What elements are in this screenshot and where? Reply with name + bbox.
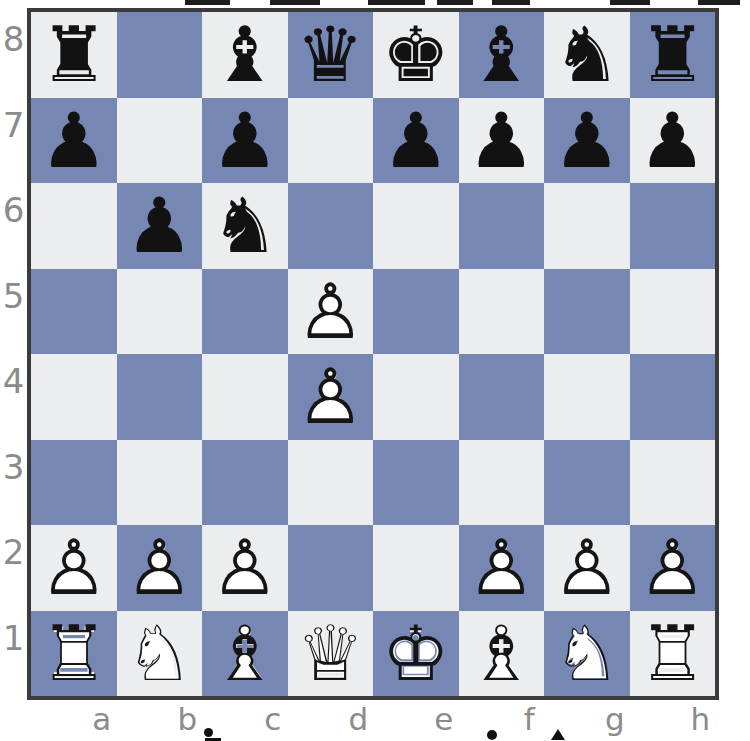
square-a8[interactable]: ♜ [31,12,117,98]
white-piece-outline: ♗ [202,611,288,697]
white-piece-outline: ♙ [459,525,545,611]
square-c2[interactable]: ♟♙ [202,525,288,611]
square-h5[interactable] [630,269,716,355]
white-piece-outline: ♖ [31,611,117,697]
piece-white-bishop[interactable]: ♝♗ [459,611,545,697]
square-f3[interactable] [459,440,545,526]
white-piece-outline: ♙ [117,525,203,611]
white-piece-outline: ♙ [31,525,117,611]
chess-board[interactable]: ♜♝♛♚♝♞♜♟♟♟♟♟♟♟♞♟♙♟♙♟♙♟♙♟♙♟♙♟♙♟♙♜♖♞♘♝♗♛♕♚… [27,8,719,700]
square-d5[interactable]: ♟♙ [288,269,374,355]
piece-white-pawn[interactable]: ♟♙ [288,354,374,440]
square-c7[interactable]: ♟ [202,98,288,184]
piece-black-knight[interactable]: ♞ [202,183,288,269]
piece-black-bishop[interactable]: ♝ [202,12,288,98]
piece-white-king[interactable]: ♚♔ [373,611,459,697]
square-a1[interactable]: ♜♖ [31,611,117,697]
cropped-piece-fragment [610,0,650,5]
white-piece-outline: ♘ [544,611,630,697]
square-a6[interactable] [31,183,117,269]
piece-white-knight[interactable]: ♞♘ [117,611,203,697]
square-h8[interactable]: ♜ [630,12,716,98]
rank-label-5: 5 [0,269,27,355]
piece-white-rook[interactable]: ♜♖ [630,611,716,697]
square-g4[interactable] [544,354,630,440]
square-f6[interactable] [459,183,545,269]
piece-black-pawn[interactable]: ♟ [117,183,203,269]
square-d1[interactable]: ♛♕ [288,611,374,697]
white-piece-outline: ♘ [117,611,203,697]
white-piece-outline: ♙ [630,525,716,611]
square-g3[interactable] [544,440,630,526]
white-piece-outline: ♙ [288,354,374,440]
piece-black-rook[interactable]: ♜ [630,12,716,98]
piece-white-pawn[interactable]: ♟♙ [459,525,545,611]
square-e7[interactable]: ♟ [373,98,459,184]
white-piece-outline: ♙ [544,525,630,611]
file-label-a: a [59,701,145,737]
piece-white-knight[interactable]: ♞♘ [544,611,630,697]
cropped-text-fragment [487,730,497,740]
piece-black-rook[interactable]: ♜ [31,12,117,98]
square-f2[interactable]: ♟♙ [459,525,545,611]
square-f7[interactable]: ♟ [459,98,545,184]
square-h6[interactable] [630,183,716,269]
square-e1[interactable]: ♚♔ [373,611,459,697]
square-f8[interactable]: ♝ [459,12,545,98]
square-d3[interactable] [288,440,374,526]
file-labels: a b c d e f g h [59,701,743,737]
square-h1[interactable]: ♜♖ [630,611,716,697]
square-g2[interactable]: ♟♙ [544,525,630,611]
page: { "game": "chess", "position": { "fen": … [0,0,750,741]
piece-white-pawn[interactable]: ♟♙ [544,525,630,611]
piece-white-pawn[interactable]: ♟♙ [117,525,203,611]
rank-label-2: 2 [0,525,27,611]
piece-black-pawn[interactable]: ♟ [544,98,630,184]
square-g8[interactable]: ♞ [544,12,630,98]
rank-label-4: 4 [0,354,27,440]
square-b4[interactable] [117,354,203,440]
rank-label-7: 7 [0,98,27,184]
square-e4[interactable] [373,354,459,440]
white-piece-outline: ♔ [373,611,459,697]
white-piece-outline: ♙ [288,269,374,355]
square-g6[interactable] [544,183,630,269]
square-c6[interactable]: ♞ [202,183,288,269]
white-piece-outline: ♗ [459,611,545,697]
white-piece-outline: ♖ [630,611,716,697]
piece-white-rook[interactable]: ♜♖ [31,611,117,697]
square-c4[interactable] [202,354,288,440]
square-b3[interactable] [117,440,203,526]
square-f4[interactable] [459,354,545,440]
square-g1[interactable]: ♞♘ [544,611,630,697]
cropped-text-fragment [204,728,213,737]
square-d8[interactable]: ♛ [288,12,374,98]
square-g5[interactable] [544,269,630,355]
rank-labels: 8 7 6 5 4 3 2 1 [0,12,27,696]
cropped-piece-fragment [698,0,740,5]
square-e8[interactable]: ♚ [373,12,459,98]
square-h4[interactable] [630,354,716,440]
square-h2[interactable]: ♟♙ [630,525,716,611]
square-f1[interactable]: ♝♗ [459,611,545,697]
file-label-d: d [316,701,402,737]
cropped-piece-fragment [185,0,230,5]
square-e5[interactable] [373,269,459,355]
square-h7[interactable]: ♟ [630,98,716,184]
piece-white-pawn[interactable]: ♟♙ [202,525,288,611]
file-label-c: c [230,701,316,737]
square-b8[interactable] [117,12,203,98]
piece-black-pawn[interactable]: ♟ [202,98,288,184]
cropped-piece-fragment [368,0,425,5]
file-label-g: g [572,701,658,737]
file-label-h: h [658,701,744,737]
rank-label-6: 6 [0,183,27,269]
square-c8[interactable]: ♝ [202,12,288,98]
piece-black-pawn[interactable]: ♟ [459,98,545,184]
square-b6[interactable]: ♟ [117,183,203,269]
cropped-piece-fragment [270,0,320,5]
piece-black-knight[interactable]: ♞ [544,12,630,98]
piece-white-queen[interactable]: ♛♕ [288,611,374,697]
square-f5[interactable] [459,269,545,355]
square-e6[interactable] [373,183,459,269]
square-b1[interactable]: ♞♘ [117,611,203,697]
square-d4[interactable]: ♟♙ [288,354,374,440]
square-d2[interactable] [288,525,374,611]
piece-black-pawn[interactable]: ♟ [373,98,459,184]
piece-black-queen[interactable]: ♛ [288,12,374,98]
square-a4[interactable] [31,354,117,440]
square-e3[interactable] [373,440,459,526]
cropped-piece-fragment [492,0,530,5]
white-piece-outline: ♕ [288,611,374,697]
piece-white-pawn[interactable]: ♟♙ [630,525,716,611]
square-b2[interactable]: ♟♙ [117,525,203,611]
square-c3[interactable] [202,440,288,526]
square-a5[interactable] [31,269,117,355]
piece-black-bishop[interactable]: ♝ [459,12,545,98]
piece-black-king[interactable]: ♚ [373,12,459,98]
piece-white-pawn[interactable]: ♟♙ [288,269,374,355]
square-b5[interactable] [117,269,203,355]
piece-white-bishop[interactable]: ♝♗ [202,611,288,697]
square-d7[interactable] [288,98,374,184]
rank-label-3: 3 [0,440,27,526]
cropped-text-fragment [551,729,565,740]
square-a7[interactable]: ♟ [31,98,117,184]
square-b7[interactable] [117,98,203,184]
square-c1[interactable]: ♝♗ [202,611,288,697]
square-d6[interactable] [288,183,374,269]
rank-label-1: 1 [0,611,27,697]
square-h3[interactable] [630,440,716,526]
piece-white-pawn[interactable]: ♟♙ [31,525,117,611]
square-g7[interactable]: ♟ [544,98,630,184]
white-piece-outline: ♙ [202,525,288,611]
cropped-piece-fragment [437,0,473,5]
piece-black-pawn[interactable]: ♟ [31,98,117,184]
rank-label-8: 8 [0,12,27,98]
square-e2[interactable] [373,525,459,611]
file-label-b: b [145,701,231,737]
file-label-e: e [401,701,487,737]
square-a2[interactable]: ♟♙ [31,525,117,611]
square-a3[interactable] [31,440,117,526]
piece-black-pawn[interactable]: ♟ [630,98,716,184]
square-c5[interactable] [202,269,288,355]
